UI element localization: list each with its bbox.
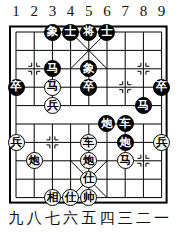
file-label-top-5: 5 [85, 4, 93, 19]
file-label-bottom-一: 一 [154, 211, 169, 226]
piece-black-r6f6[interactable]: 炮 [98, 115, 115, 132]
piece-black-r3f5[interactable]: 象 [80, 60, 97, 77]
file-label-bottom-四: 四 [100, 211, 115, 226]
piece-red-r8f2[interactable]: 炮 [26, 152, 43, 169]
file-label-bottom-八: 八 [27, 211, 42, 226]
piece-red-r4f3[interactable]: 马 [44, 79, 61, 96]
file-label-top-8: 8 [140, 4, 148, 19]
piece-black-r3f3[interactable]: 马 [44, 60, 61, 77]
piece-black-r1f5[interactable]: 将 [80, 24, 97, 41]
file-label-top-3: 3 [49, 4, 57, 19]
file-label-bottom-九: 九 [9, 211, 24, 226]
file-label-top-1: 1 [12, 4, 20, 19]
xiangqi-diagram: 123456789 象士将士马象卒马卒卒兵马炮车兵车炮兵炮炮马仕相仕帅 九八七六… [0, 0, 177, 233]
file-label-bottom-七: 七 [45, 211, 60, 226]
piece-red-r10f4[interactable]: 仕 [62, 189, 79, 206]
piece-red-r8f5[interactable]: 炮 [80, 152, 97, 169]
piece-red-r5f3[interactable]: 兵 [44, 97, 61, 114]
file-label-top-6: 6 [103, 4, 111, 19]
piece-red-r10f3[interactable]: 相 [44, 189, 61, 206]
file-label-bottom-五: 五 [81, 211, 96, 226]
piece-black-r4f9[interactable]: 卒 [153, 79, 170, 96]
piece-black-r4f1[interactable]: 卒 [8, 79, 25, 96]
file-label-top-2: 2 [30, 4, 38, 19]
piece-red-r8f7[interactable]: 马 [117, 152, 134, 169]
file-label-top-4: 4 [67, 4, 75, 19]
piece-black-r1f3[interactable]: 象 [44, 24, 61, 41]
piece-black-r4f5[interactable]: 卒 [80, 79, 97, 96]
piece-red-r10f5[interactable]: 帅 [80, 189, 97, 206]
file-label-bottom-六: 六 [63, 211, 78, 226]
pieces-layer: 象士将士马象卒马卒卒兵马炮车兵车炮兵炮炮马仕相仕帅 [7, 23, 171, 207]
piece-black-r7f7[interactable]: 炮 [117, 134, 134, 151]
piece-black-r5f8[interactable]: 马 [135, 97, 152, 114]
file-label-bottom-二: 二 [136, 211, 151, 226]
piece-black-r6f7[interactable]: 车 [117, 115, 134, 132]
piece-red-r7f5[interactable]: 车 [80, 134, 97, 151]
piece-black-r1f4[interactable]: 士 [62, 24, 79, 41]
file-label-top-7: 7 [121, 4, 129, 19]
file-label-top-9: 9 [158, 4, 166, 19]
piece-red-r7f9[interactable]: 兵 [153, 134, 170, 151]
file-label-bottom-三: 三 [118, 211, 133, 226]
piece-red-r9f5[interactable]: 仕 [80, 171, 97, 188]
xiangqi-board[interactable]: 象士将士马象卒马卒卒兵马炮车兵车炮兵炮炮马仕相仕帅 [7, 24, 170, 206]
piece-red-r7f1[interactable]: 兵 [8, 134, 25, 151]
piece-black-r1f6[interactable]: 士 [98, 24, 115, 41]
